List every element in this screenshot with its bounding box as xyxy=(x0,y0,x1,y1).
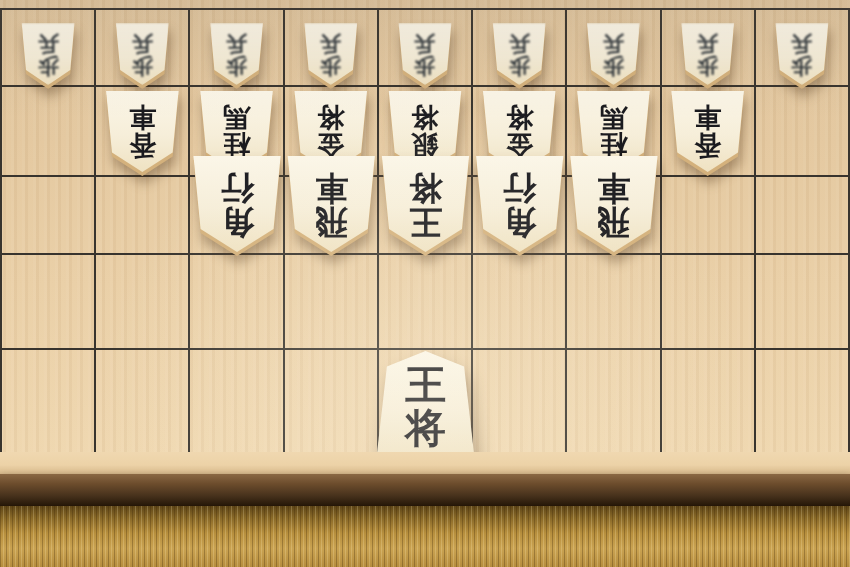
board-square-r5c5: 王将 xyxy=(379,350,473,454)
kanji-char: 兵 xyxy=(414,32,435,54)
kanji-char: 兵 xyxy=(320,32,341,54)
piece-kanji: 歩兵 xyxy=(320,32,341,76)
piece-gote-pawn-r1c5[interactable]: 歩兵 xyxy=(398,23,452,85)
board-square-r1c1: 歩兵 xyxy=(2,10,96,87)
kanji-char: 兵 xyxy=(697,32,718,54)
kanji-char: 歩 xyxy=(414,54,435,76)
kanji-char: 王 xyxy=(405,364,446,407)
board-square-r1c9: 歩兵 xyxy=(756,10,850,87)
board-square-r4c3 xyxy=(190,255,284,350)
piece-face: 歩兵 xyxy=(398,23,452,85)
piece-gote-pawn-r1c7[interactable]: 歩兵 xyxy=(586,23,640,85)
kanji-char: 車 xyxy=(315,170,348,204)
piece-gote-bishop-r3c3[interactable]: 角行 xyxy=(193,156,282,252)
piece-kanji: 歩兵 xyxy=(603,32,624,76)
kanji-char: 馬 xyxy=(600,103,627,131)
kanji-char: 兵 xyxy=(38,32,59,54)
kanji-char: 歩 xyxy=(320,54,341,76)
board-square-r2c2: 香車 xyxy=(96,87,190,177)
board-square-r4c4 xyxy=(285,255,379,350)
piece-kanji: 歩兵 xyxy=(38,32,59,76)
piece-gote-pawn-r1c4[interactable]: 歩兵 xyxy=(304,23,358,85)
kanji-char: 兵 xyxy=(791,32,812,54)
board-square-r5c3 xyxy=(190,350,284,454)
tatami-mat xyxy=(0,506,850,567)
piece-kanji: 角行 xyxy=(503,170,536,239)
kanji-char: 将 xyxy=(405,407,446,450)
board-square-r3c7: 飛車 xyxy=(567,177,661,255)
kanji-char: 兵 xyxy=(226,32,247,54)
kanji-char: 角 xyxy=(503,204,536,238)
piece-kanji: 飛車 xyxy=(315,170,348,239)
board-square-r3c4: 飛車 xyxy=(285,177,379,255)
board-square-r5c9 xyxy=(756,350,850,454)
board-square-r1c4: 歩兵 xyxy=(285,10,379,87)
kanji-char: 車 xyxy=(129,103,156,131)
kanji-char: 行 xyxy=(221,170,254,204)
board-square-r3c6: 角行 xyxy=(473,177,567,255)
piece-kanji: 金将 xyxy=(506,103,533,159)
kanji-char: 歩 xyxy=(226,54,247,76)
piece-face: 歩兵 xyxy=(775,23,829,85)
kanji-char: 香 xyxy=(694,132,721,160)
board-near-margin xyxy=(0,452,850,474)
board-square-r1c8: 歩兵 xyxy=(662,10,756,87)
board-square-r2c8: 香車 xyxy=(662,87,756,177)
kanji-char: 行 xyxy=(503,170,536,204)
piece-kanji: 飛車 xyxy=(597,170,630,239)
kanji-char: 歩 xyxy=(603,54,624,76)
kanji-char: 兵 xyxy=(603,32,624,54)
board-square-r4c8 xyxy=(662,255,756,350)
piece-gote-king-r3c5[interactable]: 王将 xyxy=(381,156,470,252)
shogi-board-grid: 歩兵歩兵歩兵歩兵歩兵歩兵歩兵歩兵歩兵香車桂馬金将銀将金将桂馬香車角行飛車王将角行… xyxy=(0,8,850,452)
kanji-char: 将 xyxy=(506,103,533,131)
piece-face: 歩兵 xyxy=(492,23,546,85)
piece-face: 飛車 xyxy=(287,156,376,252)
piece-gote-bishop-r3c6[interactable]: 角行 xyxy=(475,156,564,252)
piece-face: 歩兵 xyxy=(210,23,264,85)
piece-face: 歩兵 xyxy=(681,23,735,85)
piece-kanji: 歩兵 xyxy=(509,32,530,76)
kanji-char: 馬 xyxy=(223,103,250,131)
board-square-r1c7: 歩兵 xyxy=(567,10,661,87)
piece-gote-pawn-r1c6[interactable]: 歩兵 xyxy=(492,23,546,85)
board-square-r4c2 xyxy=(96,255,190,350)
board-square-r1c5: 歩兵 xyxy=(379,10,473,87)
kanji-char: 歩 xyxy=(791,54,812,76)
board-square-r3c1 xyxy=(2,177,96,255)
board-square-r4c5 xyxy=(379,255,473,350)
board-square-r5c4 xyxy=(285,350,379,454)
kanji-char: 車 xyxy=(694,103,721,131)
piece-gote-pawn-r1c3[interactable]: 歩兵 xyxy=(210,23,264,85)
piece-face: 歩兵 xyxy=(304,23,358,85)
board-square-r4c9 xyxy=(756,255,850,350)
kanji-char: 飛 xyxy=(315,204,348,238)
kanji-char: 香 xyxy=(129,132,156,160)
kanji-char: 兵 xyxy=(132,32,153,54)
piece-face: 飛車 xyxy=(569,156,658,252)
piece-face: 香車 xyxy=(671,91,745,172)
piece-kanji: 歩兵 xyxy=(697,32,718,76)
piece-gote-pawn-r1c1[interactable]: 歩兵 xyxy=(21,23,75,85)
piece-kanji: 歩兵 xyxy=(414,32,435,76)
piece-gote-pawn-r1c2[interactable]: 歩兵 xyxy=(115,23,169,85)
piece-kanji: 桂馬 xyxy=(600,103,627,159)
piece-gote-pawn-r1c9[interactable]: 歩兵 xyxy=(775,23,829,85)
kanji-char: 王 xyxy=(409,204,442,238)
piece-gote-pawn-r1c8[interactable]: 歩兵 xyxy=(681,23,735,85)
piece-gote-lance-r2c2[interactable]: 香車 xyxy=(105,91,179,172)
kanji-char: 歩 xyxy=(132,54,153,76)
piece-face: 角行 xyxy=(193,156,282,252)
board-square-r3c2 xyxy=(96,177,190,255)
piece-kanji: 歩兵 xyxy=(132,32,153,76)
board-front-edge xyxy=(0,474,850,506)
piece-kanji: 金将 xyxy=(317,103,344,159)
piece-face: 歩兵 xyxy=(115,23,169,85)
piece-kanji: 銀将 xyxy=(411,103,438,159)
piece-face: 王将 xyxy=(376,351,475,462)
board-square-r5c6 xyxy=(473,350,567,454)
kanji-char: 車 xyxy=(597,170,630,204)
kanji-char: 兵 xyxy=(509,32,530,54)
piece-face: 王将 xyxy=(381,156,470,252)
board-square-r4c1 xyxy=(2,255,96,350)
board-square-r4c7 xyxy=(567,255,661,350)
board-square-r1c6: 歩兵 xyxy=(473,10,567,87)
board-square-r5c1 xyxy=(2,350,96,454)
kanji-char: 将 xyxy=(317,103,344,131)
piece-kanji: 香車 xyxy=(694,103,721,159)
piece-face: 香車 xyxy=(105,91,179,172)
piece-kanji: 王将 xyxy=(405,364,446,449)
board-square-r5c7 xyxy=(567,350,661,454)
board-square-r3c8 xyxy=(662,177,756,255)
kanji-char: 歩 xyxy=(697,54,718,76)
board-square-r1c2: 歩兵 xyxy=(96,10,190,87)
board-square-r3c5: 王将 xyxy=(379,177,473,255)
kanji-char: 将 xyxy=(409,170,442,204)
board-square-r5c8 xyxy=(662,350,756,454)
piece-kanji: 王将 xyxy=(409,170,442,239)
piece-gote-lance-r2c8[interactable]: 香車 xyxy=(671,91,745,172)
piece-sente-king-r5c5[interactable]: 王将 xyxy=(376,351,475,462)
board-square-r2c1 xyxy=(2,87,96,177)
piece-kanji: 香車 xyxy=(129,103,156,159)
board-square-r3c9 xyxy=(756,177,850,255)
shogi-photo: 歩兵歩兵歩兵歩兵歩兵歩兵歩兵歩兵歩兵香車桂馬金将銀将金将桂馬香車角行飛車王将角行… xyxy=(0,0,850,567)
kanji-char: 将 xyxy=(411,103,438,131)
piece-face: 歩兵 xyxy=(21,23,75,85)
board-square-r1c3: 歩兵 xyxy=(190,10,284,87)
board-square-r2c9 xyxy=(756,87,850,177)
piece-kanji: 歩兵 xyxy=(791,32,812,76)
board-square-r3c3: 角行 xyxy=(190,177,284,255)
kanji-char: 角 xyxy=(221,204,254,238)
kanji-char: 歩 xyxy=(509,54,530,76)
piece-gote-rook-r3c4[interactable]: 飛車 xyxy=(287,156,376,252)
kanji-char: 歩 xyxy=(38,54,59,76)
board-square-r4c6 xyxy=(473,255,567,350)
piece-kanji: 歩兵 xyxy=(226,32,247,76)
piece-kanji: 角行 xyxy=(221,170,254,239)
piece-face: 角行 xyxy=(475,156,564,252)
board-square-r5c2 xyxy=(96,350,190,454)
kanji-char: 飛 xyxy=(597,204,630,238)
piece-face: 歩兵 xyxy=(586,23,640,85)
piece-kanji: 桂馬 xyxy=(223,103,250,159)
piece-gote-rook-r3c7[interactable]: 飛車 xyxy=(569,156,658,252)
